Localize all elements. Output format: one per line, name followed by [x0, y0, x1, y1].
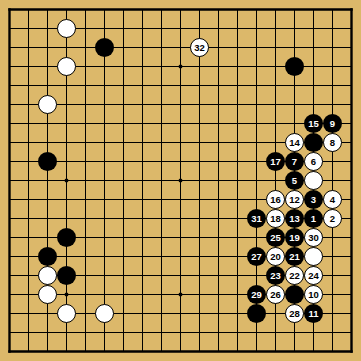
stone-black-11: 11 [304, 304, 323, 323]
move-number: 23 [270, 271, 281, 281]
stone-white [57, 57, 76, 76]
stone-black-21: 21 [285, 247, 304, 266]
move-number: 13 [289, 214, 300, 224]
go-diagram-page: 1234567891011121314151617181920212223242… [0, 0, 361, 361]
move-number: 24 [308, 271, 319, 281]
stone-white-26: 26 [266, 285, 285, 304]
stone-white-28: 28 [285, 304, 304, 323]
stone-black-1: 1 [304, 209, 323, 228]
move-number: 8 [330, 138, 335, 148]
move-number: 16 [270, 195, 281, 205]
stone-white-12: 12 [285, 190, 304, 209]
move-number: 31 [251, 214, 262, 224]
move-number: 18 [270, 214, 281, 224]
move-number: 19 [289, 233, 300, 243]
move-number: 20 [270, 252, 281, 262]
move-number: 11 [308, 309, 318, 319]
stone-black [285, 285, 304, 304]
stone-black [57, 266, 76, 285]
stone-black-23: 23 [266, 266, 285, 285]
stone-white-6: 6 [304, 152, 323, 171]
stone-black [247, 304, 266, 323]
move-number: 3 [311, 195, 316, 205]
move-number: 2 [330, 214, 335, 224]
stone-white [38, 95, 57, 114]
move-number: 17 [270, 157, 281, 167]
stone-black [285, 57, 304, 76]
stone-black-3: 3 [304, 190, 323, 209]
stone-white-24: 24 [304, 266, 323, 285]
move-number: 30 [308, 233, 319, 243]
stone-white [57, 19, 76, 38]
move-number: 6 [311, 157, 316, 167]
stone-black [95, 38, 114, 57]
star-point [179, 65, 183, 69]
move-number: 1 [311, 214, 316, 224]
star-point [65, 179, 69, 183]
go-board[interactable]: 1234567891011121314151617181920212223242… [0, 0, 361, 361]
stone-white-8: 8 [323, 133, 342, 152]
star-point [65, 293, 69, 297]
stone-black [57, 228, 76, 247]
move-number: 14 [289, 138, 300, 148]
stone-white-2: 2 [323, 209, 342, 228]
stone-white-18: 18 [266, 209, 285, 228]
stone-white-32: 32 [190, 38, 209, 57]
stone-black-9: 9 [323, 114, 342, 133]
star-point [179, 179, 183, 183]
move-number: 21 [289, 252, 300, 262]
stone-white [304, 247, 323, 266]
star-point [179, 293, 183, 297]
stone-white [57, 304, 76, 323]
move-number: 5 [292, 176, 297, 186]
stone-black-13: 13 [285, 209, 304, 228]
move-number: 22 [289, 271, 300, 281]
stone-black-5: 5 [285, 171, 304, 190]
stone-white-14: 14 [285, 133, 304, 152]
stone-black-17: 17 [266, 152, 285, 171]
stone-black [304, 133, 323, 152]
stone-white-30: 30 [304, 228, 323, 247]
stone-black-19: 19 [285, 228, 304, 247]
move-number: 10 [308, 290, 319, 300]
move-number: 27 [251, 252, 262, 262]
move-number: 15 [308, 119, 319, 129]
stone-white [38, 266, 57, 285]
stone-black [38, 247, 57, 266]
stone-black-27: 27 [247, 247, 266, 266]
move-number: 4 [330, 195, 335, 205]
move-number: 9 [330, 119, 335, 129]
stone-white-10: 10 [304, 285, 323, 304]
stone-white-4: 4 [323, 190, 342, 209]
move-number: 28 [289, 309, 300, 319]
move-number: 7 [292, 157, 297, 167]
stone-white-20: 20 [266, 247, 285, 266]
move-number: 12 [289, 195, 300, 205]
stone-black-15: 15 [304, 114, 323, 133]
stone-black-25: 25 [266, 228, 285, 247]
stone-black [38, 152, 57, 171]
stone-white [95, 304, 114, 323]
move-number: 25 [270, 233, 281, 243]
move-number: 29 [251, 290, 262, 300]
stone-white [38, 285, 57, 304]
stone-white-22: 22 [285, 266, 304, 285]
move-number: 32 [194, 43, 205, 53]
stone-black-31: 31 [247, 209, 266, 228]
move-number: 26 [270, 290, 281, 300]
stone-black-7: 7 [285, 152, 304, 171]
stone-black-29: 29 [247, 285, 266, 304]
stone-white-16: 16 [266, 190, 285, 209]
stone-white [304, 171, 323, 190]
